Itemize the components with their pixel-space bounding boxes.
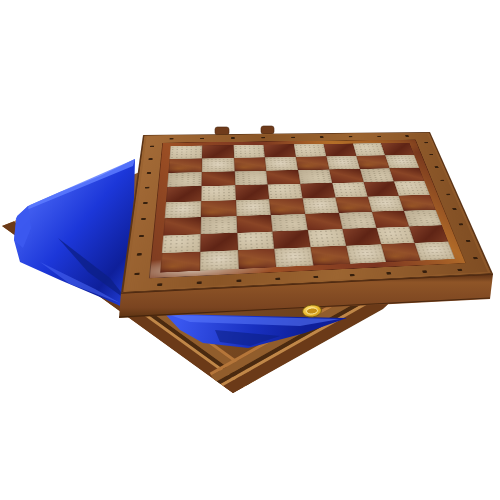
board-square bbox=[236, 199, 271, 216]
board-square bbox=[298, 169, 332, 183]
frame-dot bbox=[275, 277, 280, 280]
board-square bbox=[201, 171, 235, 186]
frame-dot bbox=[197, 281, 202, 284]
board-square bbox=[399, 195, 436, 211]
frame-dot bbox=[350, 274, 355, 277]
product-photo-scene bbox=[0, 0, 500, 500]
board-square bbox=[339, 212, 376, 229]
frame-dot bbox=[261, 137, 265, 139]
board-square bbox=[353, 143, 386, 156]
board-square bbox=[326, 156, 359, 170]
chess-board bbox=[121, 132, 493, 293]
board-square bbox=[296, 156, 329, 170]
board-square bbox=[268, 184, 303, 200]
board-square bbox=[308, 229, 346, 247]
frame-dot bbox=[465, 240, 470, 242]
frame-dot bbox=[472, 257, 477, 259]
board-square bbox=[305, 213, 342, 230]
frame-dot bbox=[313, 275, 318, 278]
board-square bbox=[168, 158, 202, 172]
board-square bbox=[167, 172, 201, 187]
frame-dot bbox=[136, 253, 141, 255]
board-square bbox=[236, 215, 272, 233]
board-square bbox=[323, 144, 356, 157]
board-square bbox=[233, 145, 265, 158]
board-square bbox=[269, 198, 305, 214]
board-square bbox=[169, 146, 202, 159]
board-square bbox=[234, 157, 267, 171]
board-square bbox=[342, 228, 381, 246]
frame-dot bbox=[143, 202, 148, 204]
board-square bbox=[346, 244, 386, 263]
frame-dot bbox=[434, 166, 438, 168]
frame-dot bbox=[429, 154, 433, 156]
board-square bbox=[163, 217, 200, 235]
board-square bbox=[300, 183, 335, 198]
frame-dot bbox=[231, 137, 235, 139]
board-square bbox=[265, 157, 298, 171]
frame-dot bbox=[446, 193, 450, 195]
frame-dot bbox=[146, 172, 150, 174]
frame-dot bbox=[141, 218, 146, 220]
frame-dot bbox=[457, 268, 462, 270]
board-square bbox=[381, 243, 421, 262]
board-square bbox=[165, 201, 201, 218]
board-square bbox=[381, 143, 414, 156]
board-square bbox=[273, 230, 311, 249]
board-square bbox=[162, 234, 201, 253]
board-square bbox=[311, 246, 350, 266]
board-square bbox=[376, 226, 415, 244]
board-square bbox=[200, 233, 238, 252]
board-square bbox=[264, 144, 296, 157]
frame-dot bbox=[169, 138, 173, 140]
frame-dot bbox=[440, 180, 444, 182]
frame-dot bbox=[458, 223, 463, 225]
board-square bbox=[202, 145, 234, 158]
board-square bbox=[238, 249, 277, 269]
board-square bbox=[404, 210, 442, 227]
board-square bbox=[332, 182, 367, 197]
chess-grid bbox=[160, 143, 455, 273]
frame-dot bbox=[134, 272, 139, 275]
board-square bbox=[385, 155, 419, 168]
board-square bbox=[201, 200, 236, 217]
board-square bbox=[160, 252, 200, 273]
board-square bbox=[363, 182, 399, 197]
board-square bbox=[202, 158, 235, 172]
board-square bbox=[166, 186, 201, 202]
board-square bbox=[303, 197, 339, 213]
board-square bbox=[335, 197, 371, 213]
board-square bbox=[234, 171, 268, 186]
board-square bbox=[294, 144, 326, 157]
board-square bbox=[409, 225, 448, 243]
board-square bbox=[329, 169, 363, 183]
frame-dot bbox=[148, 158, 152, 160]
board-square bbox=[360, 168, 395, 182]
frame-dot bbox=[150, 145, 154, 147]
frame-dot bbox=[145, 187, 149, 189]
frame-dot bbox=[139, 235, 144, 237]
frame-dot bbox=[422, 270, 427, 273]
frame-dot bbox=[452, 208, 457, 210]
frame-dot bbox=[200, 137, 204, 139]
frame-dot bbox=[157, 283, 162, 286]
frame-dot bbox=[377, 135, 381, 136]
frame-dot bbox=[320, 136, 324, 137]
frame-dot bbox=[236, 279, 241, 282]
board-square bbox=[200, 250, 239, 270]
board-square bbox=[201, 185, 235, 201]
frame-dot bbox=[349, 136, 353, 137]
frame-dot bbox=[424, 142, 428, 143]
board-square bbox=[235, 185, 269, 201]
board-square bbox=[390, 167, 425, 181]
blue-cloth-left bbox=[14, 159, 135, 309]
board-square bbox=[274, 247, 313, 267]
board-square bbox=[394, 181, 430, 196]
frame-dot bbox=[386, 272, 391, 275]
board-square bbox=[415, 242, 455, 261]
board-square bbox=[266, 170, 300, 185]
frame-dot bbox=[405, 135, 409, 136]
board-square bbox=[367, 196, 404, 212]
frame-dot bbox=[291, 136, 295, 137]
board-square bbox=[356, 155, 390, 168]
board-square bbox=[237, 231, 275, 250]
board-square bbox=[200, 216, 236, 234]
board-square bbox=[372, 211, 410, 228]
board-square bbox=[271, 214, 308, 232]
